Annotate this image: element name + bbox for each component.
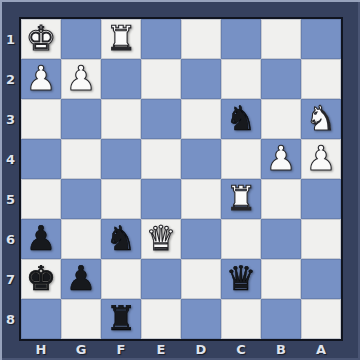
square-b8[interactable] [261, 299, 301, 339]
square-d5[interactable] [181, 179, 221, 219]
file-label-e: E [141, 341, 181, 358]
square-d6[interactable] [181, 219, 221, 259]
square-b4[interactable]: ♟ [261, 139, 301, 179]
file-label-h: H [21, 341, 61, 358]
square-f1[interactable]: ♜ [101, 19, 141, 59]
white-rook-f1: ♜ [106, 21, 136, 55]
square-d7[interactable] [181, 259, 221, 299]
square-h7[interactable]: ♚ [21, 259, 61, 299]
file-label-d: D [181, 341, 221, 358]
square-e2[interactable] [141, 59, 181, 99]
square-c8[interactable] [221, 299, 261, 339]
black-knight-c3: ♞ [226, 101, 256, 135]
square-a8[interactable] [301, 299, 341, 339]
square-f4[interactable] [101, 139, 141, 179]
square-c3[interactable]: ♞ [221, 99, 261, 139]
black-pawn-h6: ♟ [26, 221, 56, 255]
white-pawn-b4: ♟ [266, 141, 296, 175]
square-b7[interactable] [261, 259, 301, 299]
square-e4[interactable] [141, 139, 181, 179]
square-d1[interactable] [181, 19, 221, 59]
square-c2[interactable] [221, 59, 261, 99]
square-c5[interactable]: ♜ [221, 179, 261, 219]
rank-label-3: 3 [0, 99, 21, 139]
square-a1[interactable] [301, 19, 341, 59]
file-label-c: C [221, 341, 261, 358]
square-f5[interactable] [101, 179, 141, 219]
white-pawn-g2: ♟ [66, 61, 96, 95]
square-f7[interactable] [101, 259, 141, 299]
square-a5[interactable] [301, 179, 341, 219]
white-pawn-a4: ♟ [306, 141, 336, 175]
square-c6[interactable] [221, 219, 261, 259]
square-f2[interactable] [101, 59, 141, 99]
square-d2[interactable] [181, 59, 221, 99]
square-a2[interactable] [301, 59, 341, 99]
square-b3[interactable] [261, 99, 301, 139]
black-king-h7: ♚ [26, 261, 56, 295]
square-a6[interactable] [301, 219, 341, 259]
white-king-h1: ♚ [26, 21, 56, 55]
file-label-b: B [261, 341, 301, 358]
square-c7[interactable]: ♛ [221, 259, 261, 299]
square-g2[interactable]: ♟ [61, 59, 101, 99]
rank-label-2: 2 [0, 59, 21, 99]
square-b5[interactable] [261, 179, 301, 219]
square-a3[interactable]: ♞ [301, 99, 341, 139]
square-a4[interactable]: ♟ [301, 139, 341, 179]
square-e6[interactable]: ♛ [141, 219, 181, 259]
rank-label-8: 8 [0, 299, 21, 339]
square-g8[interactable] [61, 299, 101, 339]
rank-label-7: 7 [0, 259, 21, 299]
square-e1[interactable] [141, 19, 181, 59]
file-labels: HGFEDCBA [21, 341, 341, 358]
square-e7[interactable] [141, 259, 181, 299]
square-f3[interactable] [101, 99, 141, 139]
rank-label-4: 4 [0, 139, 21, 179]
file-label-g: G [61, 341, 101, 358]
square-a7[interactable] [301, 259, 341, 299]
black-rook-f8: ♜ [106, 301, 136, 335]
white-pawn-h2: ♟ [26, 61, 56, 95]
square-g1[interactable] [61, 19, 101, 59]
square-g3[interactable] [61, 99, 101, 139]
square-g6[interactable] [61, 219, 101, 259]
square-g4[interactable] [61, 139, 101, 179]
file-label-f: F [101, 341, 141, 358]
rank-labels: 12345678 [0, 19, 21, 339]
square-h6[interactable]: ♟ [21, 219, 61, 259]
board-frame: 12345678 ♚♜♟♟♞♞♟♟♜♟♞♛♚♟♛♜ HGFEDCBA [0, 0, 360, 360]
square-b6[interactable] [261, 219, 301, 259]
black-queen-c7: ♛ [226, 261, 256, 295]
square-g5[interactable] [61, 179, 101, 219]
square-b2[interactable] [261, 59, 301, 99]
square-h8[interactable] [21, 299, 61, 339]
rank-label-1: 1 [0, 19, 21, 59]
square-h5[interactable] [21, 179, 61, 219]
square-f8[interactable]: ♜ [101, 299, 141, 339]
square-d8[interactable] [181, 299, 221, 339]
chess-board: ♚♜♟♟♞♞♟♟♜♟♞♛♚♟♛♜ [21, 19, 341, 339]
rank-label-5: 5 [0, 179, 21, 219]
square-h1[interactable]: ♚ [21, 19, 61, 59]
square-h4[interactable] [21, 139, 61, 179]
black-knight-f6: ♞ [106, 221, 136, 255]
black-pawn-g7: ♟ [66, 261, 96, 295]
square-f6[interactable]: ♞ [101, 219, 141, 259]
rank-label-6: 6 [0, 219, 21, 259]
square-b1[interactable] [261, 19, 301, 59]
file-label-a: A [301, 341, 341, 358]
square-e3[interactable] [141, 99, 181, 139]
white-knight-a3: ♞ [306, 101, 336, 135]
square-c4[interactable] [221, 139, 261, 179]
white-queen-e6: ♛ [146, 221, 176, 255]
square-c1[interactable] [221, 19, 261, 59]
square-e5[interactable] [141, 179, 181, 219]
square-d4[interactable] [181, 139, 221, 179]
white-rook-c5: ♜ [226, 181, 256, 215]
square-g7[interactable]: ♟ [61, 259, 101, 299]
square-h3[interactable] [21, 99, 61, 139]
square-e8[interactable] [141, 299, 181, 339]
square-d3[interactable] [181, 99, 221, 139]
square-h2[interactable]: ♟ [21, 59, 61, 99]
